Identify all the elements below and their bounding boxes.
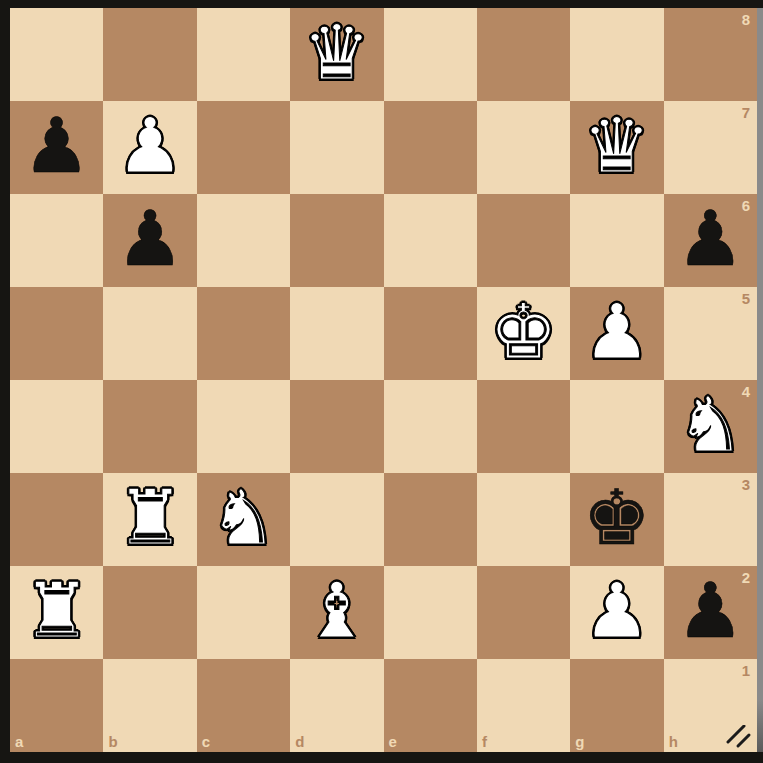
square-d8[interactable]: ♛ xyxy=(290,8,383,101)
square-b2[interactable] xyxy=(103,566,196,659)
square-a6[interactable] xyxy=(10,194,103,287)
file-label-c: c xyxy=(202,734,210,749)
square-e3[interactable] xyxy=(384,473,477,566)
square-d1[interactable]: d xyxy=(290,659,383,752)
piece-white-king[interactable]: ♚ xyxy=(489,294,557,370)
square-b4[interactable] xyxy=(103,380,196,473)
square-e4[interactable] xyxy=(384,380,477,473)
rank-label-7: 7 xyxy=(742,105,750,120)
square-e6[interactable] xyxy=(384,194,477,287)
square-h3[interactable]: 3 xyxy=(664,473,757,566)
square-a8[interactable] xyxy=(10,8,103,101)
file-label-d: d xyxy=(295,734,304,749)
square-e7[interactable] xyxy=(384,101,477,194)
square-f7[interactable] xyxy=(477,101,570,194)
square-d6[interactable] xyxy=(290,194,383,287)
square-c2[interactable] xyxy=(197,566,290,659)
piece-white-pawn[interactable]: ♟ xyxy=(116,108,184,184)
square-f4[interactable] xyxy=(477,380,570,473)
piece-black-pawn[interactable]: ♟ xyxy=(676,573,744,649)
rank-label-1: 1 xyxy=(742,663,750,678)
square-a3[interactable] xyxy=(10,473,103,566)
piece-white-pawn[interactable]: ♟ xyxy=(583,294,651,370)
square-b8[interactable] xyxy=(103,8,196,101)
square-g2[interactable]: ♟ xyxy=(570,566,663,659)
piece-black-pawn[interactable]: ♟ xyxy=(116,201,184,277)
square-e1[interactable]: e xyxy=(384,659,477,752)
square-c4[interactable] xyxy=(197,380,290,473)
square-g4[interactable] xyxy=(570,380,663,473)
square-a2[interactable]: ♜ xyxy=(10,566,103,659)
file-label-g: g xyxy=(575,734,584,749)
file-label-b: b xyxy=(108,734,117,749)
square-c8[interactable] xyxy=(197,8,290,101)
square-b3[interactable]: ♜ xyxy=(103,473,196,566)
square-c7[interactable] xyxy=(197,101,290,194)
square-g3[interactable]: ♚ xyxy=(570,473,663,566)
square-g7[interactable]: ♛ xyxy=(570,101,663,194)
piece-white-rook[interactable]: ♜ xyxy=(23,573,91,649)
square-f5[interactable]: ♚ xyxy=(477,287,570,380)
rank-label-2: 2 xyxy=(742,570,750,585)
piece-white-pawn[interactable]: ♟ xyxy=(583,573,651,649)
square-h5[interactable]: 5 xyxy=(664,287,757,380)
square-b6[interactable]: ♟ xyxy=(103,194,196,287)
chess-board: ♛8♟♟♛7♟♟6♚♟5♞4♜♞♚3♜♝♟♟2abcdefg1h xyxy=(10,8,757,752)
square-d4[interactable] xyxy=(290,380,383,473)
rank-label-3: 3 xyxy=(742,477,750,492)
square-e5[interactable] xyxy=(384,287,477,380)
piece-black-pawn[interactable]: ♟ xyxy=(23,108,91,184)
square-c1[interactable]: c xyxy=(197,659,290,752)
piece-white-bishop[interactable]: ♝ xyxy=(303,573,371,649)
window-edge-strip xyxy=(757,8,763,752)
piece-white-queen[interactable]: ♛ xyxy=(303,15,371,91)
square-e8[interactable] xyxy=(384,8,477,101)
piece-white-rook[interactable]: ♜ xyxy=(116,480,184,556)
piece-black-pawn[interactable]: ♟ xyxy=(676,201,744,277)
square-b1[interactable]: b xyxy=(103,659,196,752)
chess-app-window: ♛8♟♟♛7♟♟6♚♟5♞4♜♞♚3♜♝♟♟2abcdefg1h xyxy=(0,0,763,763)
piece-white-knight[interactable]: ♞ xyxy=(209,480,277,556)
file-label-f: f xyxy=(482,734,487,749)
board-resize-handle-icon[interactable] xyxy=(725,725,753,749)
square-h2[interactable]: ♟2 xyxy=(664,566,757,659)
square-c6[interactable] xyxy=(197,194,290,287)
square-d7[interactable] xyxy=(290,101,383,194)
square-a7[interactable]: ♟ xyxy=(10,101,103,194)
square-g1[interactable]: g xyxy=(570,659,663,752)
square-f3[interactable] xyxy=(477,473,570,566)
square-f1[interactable]: f xyxy=(477,659,570,752)
square-h8[interactable]: 8 xyxy=(664,8,757,101)
square-f2[interactable] xyxy=(477,566,570,659)
file-label-a: a xyxy=(15,734,23,749)
square-a4[interactable] xyxy=(10,380,103,473)
rank-label-4: 4 xyxy=(742,384,750,399)
square-b7[interactable]: ♟ xyxy=(103,101,196,194)
rank-label-6: 6 xyxy=(742,198,750,213)
file-label-e: e xyxy=(389,734,397,749)
square-f8[interactable] xyxy=(477,8,570,101)
square-a5[interactable] xyxy=(10,287,103,380)
file-label-h: h xyxy=(669,734,678,749)
rank-label-5: 5 xyxy=(742,291,750,306)
rank-label-8: 8 xyxy=(742,12,750,27)
square-c5[interactable] xyxy=(197,287,290,380)
square-h4[interactable]: ♞4 xyxy=(664,380,757,473)
square-d3[interactable] xyxy=(290,473,383,566)
square-f6[interactable] xyxy=(477,194,570,287)
square-b5[interactable] xyxy=(103,287,196,380)
square-d2[interactable]: ♝ xyxy=(290,566,383,659)
square-e2[interactable] xyxy=(384,566,477,659)
square-g8[interactable] xyxy=(570,8,663,101)
piece-white-queen[interactable]: ♛ xyxy=(583,108,651,184)
piece-black-king[interactable]: ♚ xyxy=(583,480,651,556)
square-h6[interactable]: ♟6 xyxy=(664,194,757,287)
square-d5[interactable] xyxy=(290,287,383,380)
square-a1[interactable]: a xyxy=(10,659,103,752)
square-h7[interactable]: 7 xyxy=(664,101,757,194)
square-c3[interactable]: ♞ xyxy=(197,473,290,566)
square-g5[interactable]: ♟ xyxy=(570,287,663,380)
square-g6[interactable] xyxy=(570,194,663,287)
piece-white-knight[interactable]: ♞ xyxy=(676,387,744,463)
